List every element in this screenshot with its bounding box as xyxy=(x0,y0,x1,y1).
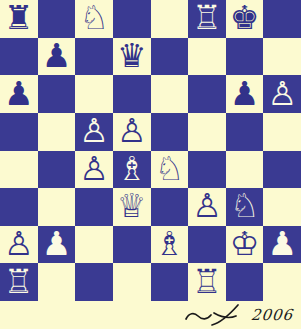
square-b7: ♟ xyxy=(38,38,76,76)
square-g1 xyxy=(226,263,264,301)
white-pawn: ♙ xyxy=(192,189,222,222)
signature-strip: 2006 xyxy=(0,301,301,329)
square-g4 xyxy=(226,151,264,189)
black-pawn: ♟ xyxy=(42,39,72,72)
white-rook: ♖ xyxy=(4,265,34,298)
black-pawn: ♟ xyxy=(230,77,260,110)
signature-squiggle xyxy=(183,303,247,327)
square-g6: ♟ xyxy=(226,75,264,113)
square-g2: ♔ xyxy=(226,226,264,264)
square-d6 xyxy=(113,75,151,113)
square-f7 xyxy=(188,38,226,76)
square-a4 xyxy=(0,151,38,189)
square-g7 xyxy=(226,38,264,76)
square-c7 xyxy=(75,38,113,76)
square-b8 xyxy=(38,0,76,38)
square-f1: ♖ xyxy=(188,263,226,301)
square-d8 xyxy=(113,0,151,38)
square-e7 xyxy=(151,38,189,76)
square-h7 xyxy=(263,38,301,76)
square-c1 xyxy=(75,263,113,301)
black-rook: ♜ xyxy=(4,1,34,34)
white-knight: ♘ xyxy=(230,189,260,222)
square-e8 xyxy=(151,0,189,38)
square-e5 xyxy=(151,113,189,151)
square-b3 xyxy=(38,188,76,226)
white-bishop: ♗ xyxy=(117,152,147,185)
square-f2 xyxy=(188,226,226,264)
black-queen: ♛ xyxy=(117,39,147,72)
square-a5 xyxy=(0,113,38,151)
white-rook: ♖ xyxy=(192,1,222,34)
square-b6 xyxy=(38,75,76,113)
black-king: ♚ xyxy=(230,1,260,34)
square-a1: ♖ xyxy=(0,263,38,301)
square-c3 xyxy=(75,188,113,226)
square-h3 xyxy=(263,188,301,226)
square-d7: ♛ xyxy=(113,38,151,76)
square-d1 xyxy=(113,263,151,301)
square-e1 xyxy=(151,263,189,301)
square-d3: ♕ xyxy=(113,188,151,226)
square-g8: ♚ xyxy=(226,0,264,38)
white-king: ♔ xyxy=(230,227,260,260)
square-a3 xyxy=(0,188,38,226)
white-pawn: ♙ xyxy=(117,114,147,147)
square-d4: ♗ xyxy=(113,151,151,189)
chess-diagram: ♜♘♖♚♟♛♟♟♙♙♙♙♗♘♕♙♘♙♟♗♔♟♖♖ 2006 xyxy=(0,0,301,329)
white-pawn: ♙ xyxy=(267,77,297,110)
square-d5: ♙ xyxy=(113,113,151,151)
square-h5 xyxy=(263,113,301,151)
white-pawn: ♙ xyxy=(79,114,109,147)
square-h1 xyxy=(263,263,301,301)
square-e6 xyxy=(151,75,189,113)
white-knight: ♘ xyxy=(79,1,109,34)
square-f6 xyxy=(188,75,226,113)
square-f8: ♖ xyxy=(188,0,226,38)
white-pawn: ♙ xyxy=(79,152,109,185)
square-b5 xyxy=(38,113,76,151)
square-h4 xyxy=(263,151,301,189)
square-h8 xyxy=(263,0,301,38)
white-rook: ♖ xyxy=(192,265,222,298)
square-b1 xyxy=(38,263,76,301)
square-g3: ♘ xyxy=(226,188,264,226)
chess-board: ♜♘♖♚♟♛♟♟♙♙♙♙♗♘♕♙♘♙♟♗♔♟♖♖ xyxy=(0,0,301,301)
square-a6: ♟ xyxy=(0,75,38,113)
square-f5 xyxy=(188,113,226,151)
square-b2: ♟ xyxy=(38,226,76,264)
square-c2 xyxy=(75,226,113,264)
square-h6: ♙ xyxy=(263,75,301,113)
square-a7 xyxy=(0,38,38,76)
square-e3 xyxy=(151,188,189,226)
signature-year: 2006 xyxy=(250,306,296,324)
white-queen: ♕ xyxy=(117,189,147,222)
black-pawn: ♟ xyxy=(4,77,34,110)
square-c8: ♘ xyxy=(75,0,113,38)
square-h2: ♟ xyxy=(263,226,301,264)
square-a2: ♙ xyxy=(0,226,38,264)
square-f4 xyxy=(188,151,226,189)
white-knight: ♘ xyxy=(155,152,185,185)
black-pawn: ♟ xyxy=(267,227,297,260)
square-d2 xyxy=(113,226,151,264)
white-pawn: ♙ xyxy=(4,227,34,260)
square-a8: ♜ xyxy=(0,0,38,38)
square-g5 xyxy=(226,113,264,151)
black-pawn: ♟ xyxy=(42,227,72,260)
square-f3: ♙ xyxy=(188,188,226,226)
square-e2: ♗ xyxy=(151,226,189,264)
square-c5: ♙ xyxy=(75,113,113,151)
square-b4 xyxy=(38,151,76,189)
square-c4: ♙ xyxy=(75,151,113,189)
white-bishop: ♗ xyxy=(155,227,185,260)
square-e4: ♘ xyxy=(151,151,189,189)
square-c6 xyxy=(75,75,113,113)
